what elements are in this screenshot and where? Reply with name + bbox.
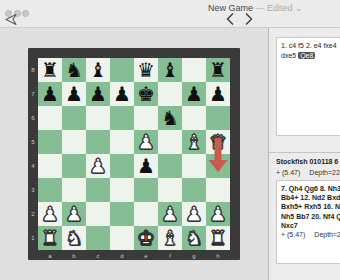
title-chevron-icon[interactable]: ⌄ — [295, 3, 303, 13]
square-g8[interactable] — [182, 58, 206, 82]
engine-evaluation: + (5.47)Depth=22 — [276, 169, 340, 176]
rank-label-3: 3 — [30, 178, 36, 202]
move-list-line: dxe5 Qe8 — [281, 51, 340, 61]
piece-black-rook-h8[interactable]: ♜ — [206, 58, 230, 82]
pv-line: Nh5 Bb7 20. Nf4 Q — [281, 212, 340, 221]
panel-divider — [269, 152, 340, 153]
square-c1[interactable] — [86, 226, 110, 250]
file-label-b: b — [62, 253, 86, 259]
pv-eval-score: + (5.47) — [281, 231, 305, 238]
piece-black-pawn-h7[interactable]: ♟ — [206, 82, 230, 106]
pv-eval-depth: Depth=2 — [314, 231, 340, 238]
square-b3[interactable] — [62, 178, 86, 202]
piece-black-queen-e8[interactable]: ♛ — [134, 58, 158, 82]
previous-move-button[interactable] — [226, 12, 235, 26]
next-move-button[interactable] — [244, 12, 253, 26]
square-d2[interactable] — [110, 202, 134, 226]
file-label-f: f — [158, 253, 182, 259]
piece-black-rook-a8[interactable]: ♜ — [38, 58, 62, 82]
square-c5[interactable] — [86, 130, 110, 154]
square-b6[interactable] — [62, 106, 86, 130]
chess-board[interactable]: ♜♞♝♛♝♜♟♟♟♟♚♟♟♞♟♝♛♟♟♟♟♟♟♟♜♞♚♝♞♜87654321ab… — [38, 58, 230, 250]
file-label-h: h — [206, 253, 230, 259]
file-label-e: e — [134, 253, 158, 259]
square-d1[interactable] — [110, 226, 134, 250]
square-c3[interactable] — [86, 178, 110, 202]
square-e2[interactable] — [134, 202, 158, 226]
square-b4[interactable] — [62, 154, 86, 178]
file-label-a: a — [38, 253, 62, 259]
chess-board-frame: ♜♞♝♛♝♜♟♟♟♟♚♟♟♞♟♝♛♟♟♟♟♟♟♟♜♞♚♝♞♜87654321ab… — [28, 48, 240, 260]
square-d5[interactable] — [110, 130, 134, 154]
window-title: New Game — Edited ⌄ — [208, 3, 303, 13]
eval-depth: Depth=22 — [309, 169, 340, 176]
move-navigation — [226, 12, 253, 26]
square-e3[interactable] — [134, 178, 158, 202]
piece-white-pawn-b2[interactable]: ♟ — [62, 202, 86, 226]
square-a6[interactable] — [38, 106, 62, 130]
pv-line: Nxc7 — [281, 221, 340, 230]
square-e6[interactable] — [134, 106, 158, 130]
piece-black-pawn-a7[interactable]: ♟ — [38, 82, 62, 106]
analysis-pane: 1. c4 f5 2. e4 fxe4 dxe5 Qe8 Stockfish 0… — [268, 28, 340, 280]
square-d6[interactable] — [110, 106, 134, 130]
square-f7[interactable] — [158, 82, 182, 106]
piece-white-bishop-g5[interactable]: ♝ — [182, 130, 206, 154]
piece-white-pawn-e5[interactable]: ♟ — [134, 130, 158, 154]
current-move-token[interactable]: Qe8 — [298, 52, 315, 59]
piece-black-pawn-g7[interactable]: ♟ — [182, 82, 206, 106]
piece-white-knight-g1[interactable]: ♞ — [182, 226, 206, 250]
square-h6[interactable] — [206, 106, 230, 130]
title-bar: New Game — Edited ⌄ — [0, 0, 340, 28]
rank-label-8: 8 — [30, 58, 36, 82]
app-window: New Game — Edited ⌄ ♜♞♝♛♝♜♟♟♟♟♚♟♟♞♟♝♛♟♟♟… — [0, 0, 340, 280]
principal-variation-box[interactable]: 7. Qh4 Qg6 8. Nh3Bb4+ 12. Nd2 BxdBxh5+ R… — [276, 180, 340, 264]
piece-black-pawn-d7[interactable]: ♟ — [110, 82, 134, 106]
pv-line: Bxh5+ Rxh5 16. N — [281, 202, 340, 211]
piece-white-pawn-h2[interactable]: ♟ — [206, 202, 230, 226]
square-g3[interactable] — [182, 178, 206, 202]
rank-label-2: 2 — [30, 202, 36, 226]
zoom-window-button[interactable] — [22, 10, 29, 17]
rank-label-4: 4 — [30, 154, 36, 178]
square-f3[interactable] — [158, 178, 182, 202]
piece-black-knight-f6[interactable]: ♞ — [158, 106, 182, 130]
piece-black-pawn-b7[interactable]: ♟ — [62, 82, 86, 106]
square-d3[interactable] — [110, 178, 134, 202]
engine-name: Stockfish 010118 6 — [276, 158, 338, 165]
square-h3[interactable] — [206, 178, 230, 202]
rank-label-1: 1 — [30, 226, 36, 250]
square-a3[interactable] — [38, 178, 62, 202]
piece-white-rook-a1[interactable]: ♜ — [38, 226, 62, 250]
pv-line: Bb4+ 12. Nd2 Bxd — [281, 193, 340, 202]
piece-black-pawn-e4[interactable]: ♟ — [134, 154, 158, 178]
square-g6[interactable] — [182, 106, 206, 130]
rank-label-5: 5 — [30, 130, 36, 154]
piece-white-queen-h5[interactable]: ♛ — [206, 130, 230, 154]
piece-white-pawn-g2[interactable]: ♟ — [182, 202, 206, 226]
piece-white-knight-b1[interactable]: ♞ — [62, 226, 86, 250]
piece-white-pawn-c4[interactable]: ♟ — [86, 154, 110, 178]
pv-line: 7. Qh4 Qg6 8. Nh3 — [281, 184, 340, 193]
square-a4[interactable] — [38, 154, 62, 178]
file-label-g: g — [182, 253, 206, 259]
square-h4[interactable] — [206, 154, 230, 178]
square-g4[interactable] — [182, 154, 206, 178]
square-f4[interactable] — [158, 154, 182, 178]
piece-black-pawn-c7[interactable]: ♟ — [86, 82, 110, 106]
piece-white-king-e1[interactable]: ♚ — [134, 226, 158, 250]
square-d4[interactable] — [110, 154, 134, 178]
piece-black-king-e7[interactable]: ♚ — [134, 82, 158, 106]
square-a5[interactable] — [38, 130, 62, 154]
square-b5[interactable] — [62, 130, 86, 154]
move-list-line: 1. c4 f5 2. e4 fxe4 — [281, 41, 340, 51]
move-list[interactable]: 1. c4 f5 2. e4 fxe4 dxe5 Qe8 — [276, 37, 340, 136]
piece-black-bishop-c8[interactable]: ♝ — [86, 58, 110, 82]
piece-white-rook-h1[interactable]: ♜ — [206, 226, 230, 250]
square-c6[interactable] — [86, 106, 110, 130]
square-f5[interactable] — [158, 130, 182, 154]
eval-score: + (5.47) — [276, 169, 300, 176]
piece-black-bishop-f8[interactable]: ♝ — [158, 58, 182, 82]
pv-evaluation: + (5.47)Depth=2 — [281, 230, 340, 239]
board-pane: ♜♞♝♛♝♜♟♟♟♟♚♟♟♞♟♝♛♟♟♟♟♟♟♟♜♞♚♝♞♜87654321ab… — [0, 28, 268, 280]
edited-status: — Edited — [256, 3, 293, 13]
file-label-d: d — [110, 253, 134, 259]
piece-white-bishop-f1[interactable]: ♝ — [158, 226, 182, 250]
rank-label-7: 7 — [30, 82, 36, 106]
piece-white-pawn-f2[interactable]: ♟ — [158, 202, 182, 226]
rank-label-6: 6 — [30, 106, 36, 130]
piece-white-pawn-a2[interactable]: ♟ — [38, 202, 62, 226]
square-c2[interactable] — [86, 202, 110, 226]
move-token[interactable]: dxe5 — [281, 52, 298, 59]
piece-black-knight-b8[interactable]: ♞ — [62, 58, 86, 82]
square-d8[interactable] — [110, 58, 134, 82]
file-label-c: c — [86, 253, 110, 259]
